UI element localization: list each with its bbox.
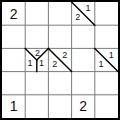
slash-tlbr-label-tr-r1c4: 1	[86, 4, 91, 13]
big-number-r5c4: 2	[79, 99, 87, 113]
numbers-layer: 212122112211	[2, 2, 118, 118]
slash-tlbr-label-tr-r3c3: 2	[62, 50, 67, 59]
slash-tlbr-label-bl-r3c3: 2	[52, 59, 57, 68]
y-split-label-right-r3c2: 1	[39, 59, 44, 68]
big-number-r1c1: 2	[10, 7, 18, 21]
big-number-r5c1: 1	[10, 99, 18, 113]
slash-tlbr-label-bl-r1c4: 2	[75, 13, 80, 22]
slash-tlbr-label-bl-r3c5: 1	[99, 59, 104, 68]
y-split-label-left-r3c2: 1	[28, 59, 33, 68]
slash-tlbr-label-tr-r3c5: 1	[109, 50, 114, 59]
puzzle-board: 212122112211	[0, 0, 120, 120]
y-split-label-top-r3c2: 2	[35, 49, 40, 58]
